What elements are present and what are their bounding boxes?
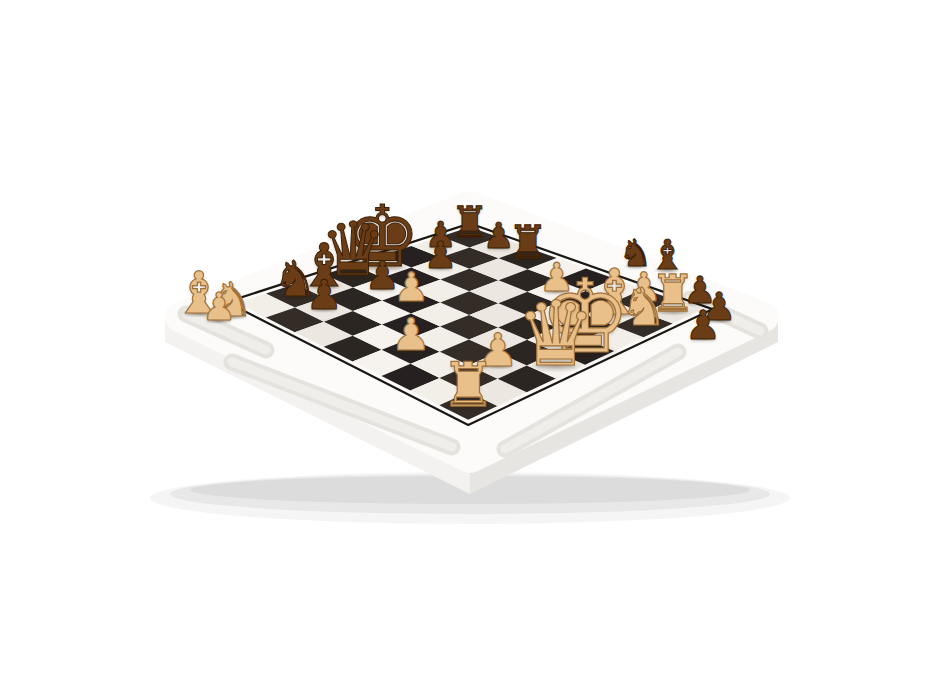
piece-white-q-d1[interactable]: ♛ — [516, 290, 596, 380]
piece-left-tray-white-p[interactable]: ♟ — [202, 288, 237, 327]
piece-white-p-d6[interactable]: ♟ — [393, 268, 429, 308]
piece-white-r-a1[interactable]: ♜ — [441, 354, 496, 415]
chess-board — [0, 0, 928, 686]
piece-right-tray-black-p[interactable]: ♟ — [685, 305, 721, 345]
piece-black-p-b7[interactable]: ♟ — [306, 275, 343, 316]
piece-white-p-b4[interactable]: ♟ — [391, 313, 431, 358]
chess-set-photo: ♜♟♟♜♞♚♟♝♛♝♟♟♞♟♟♟♟♜♝♝♞♟♟♞♟♟♚♛♟♜ — [0, 0, 928, 686]
